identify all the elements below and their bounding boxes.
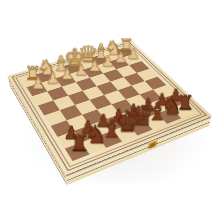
square-a7 [162,94,185,108]
square-f8 [98,130,122,148]
chess-set-product-photo[interactable]: ♜♞♝♚♛♝♞♜♟♟♟♟♟♟♟♟♟♟♟♟♟♟♟♟♜♞♝♚♛♝♞♜ [0,0,220,220]
square-e7 [105,114,128,130]
square-h7 [58,131,82,149]
board-scene: ♜♞♝♚♛♝♞♜♟♟♟♟♟♟♟♟♟♟♟♟♟♟♟♟♜♞♝♚♛♝♞♜ [29,20,179,170]
square-e8 [113,125,137,142]
square-f6 [82,109,105,125]
brass-clasp-icon [148,139,157,149]
square-f7 [90,120,114,137]
square-d6 [112,99,135,114]
square-d8 [128,119,152,136]
square-h4 [38,100,60,115]
square-e5 [90,95,112,109]
square-g7 [74,125,98,142]
square-g6 [67,115,90,131]
square-g4 [53,96,75,111]
square-a8 [171,103,195,118]
square-h8 [65,142,90,161]
square-e6 [97,104,120,119]
square-h6 [51,120,74,137]
square-b7 [148,99,171,114]
square-c6 [126,94,148,108]
square-b8 [157,108,181,124]
square-c7 [134,104,157,119]
square-h5 [44,110,66,126]
squares [21,47,195,161]
square-g5 [60,105,82,120]
square-g8 [81,136,106,154]
square-f5 [75,100,97,115]
square-d7 [120,109,143,125]
square-c8 [143,114,167,130]
